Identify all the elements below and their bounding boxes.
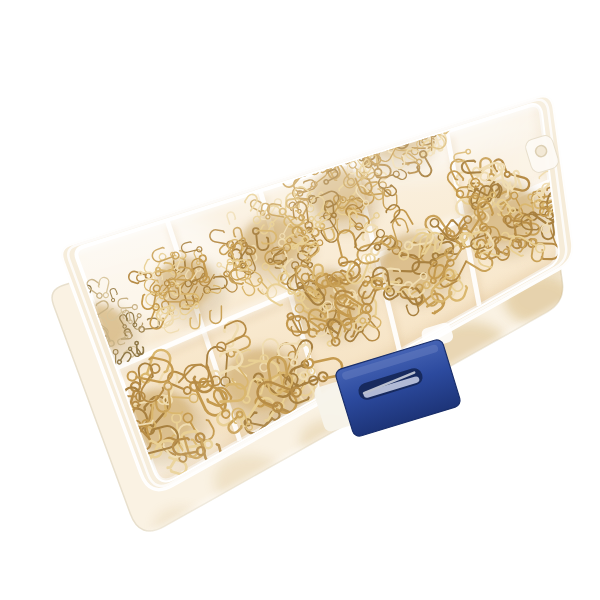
product-photo-stage: Translucent plastic organizer box with t… [0, 0, 600, 600]
scene-canvas [0, 0, 600, 600]
